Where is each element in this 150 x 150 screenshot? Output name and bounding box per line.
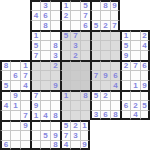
empty-cell-r9c2[interactable]	[20, 90, 30, 100]
given-digit-r10c12[interactable]: 6	[120, 100, 130, 110]
empty-cell-r7c8[interactable]	[80, 70, 90, 80]
empty-cell-r8c9[interactable]	[90, 80, 100, 90]
outside-area	[140, 10, 150, 20]
empty-cell-r11c6[interactable]	[60, 110, 70, 120]
empty-cell-r11c12[interactable]	[120, 110, 130, 120]
outside-area	[0, 50, 10, 60]
outside-area	[90, 120, 100, 130]
empty-cell-r3c10[interactable]	[100, 30, 110, 40]
empty-cell-r2c7[interactable]	[70, 20, 80, 30]
outside-area	[110, 130, 120, 140]
given-digit-r6c5[interactable]: 2	[50, 60, 60, 70]
empty-cell-r9c4[interactable]	[40, 90, 50, 100]
empty-cell-r8c12[interactable]	[120, 80, 130, 90]
empty-cell-r9c5[interactable]	[50, 90, 60, 100]
given-digit-r7c10[interactable]: 9	[100, 70, 110, 80]
empty-cell-r4c8[interactable]	[80, 40, 90, 50]
empty-cell-r9c12[interactable]	[120, 90, 130, 100]
given-digit-r9c3[interactable]: 7	[30, 90, 40, 100]
empty-cell-r1c10[interactable]	[100, 10, 110, 20]
given-digit-r9c9[interactable]: 5	[90, 90, 100, 100]
empty-cell-r4c6[interactable]	[60, 40, 70, 50]
empty-cell-r6c7[interactable]	[70, 60, 80, 70]
outside-area	[20, 30, 30, 40]
outside-area	[10, 50, 20, 60]
outside-area	[120, 10, 130, 20]
outside-area	[140, 130, 150, 140]
given-digit-r12c7[interactable]: 2	[70, 120, 80, 130]
empty-cell-r6c10[interactable]	[100, 60, 110, 70]
outside-area	[90, 140, 100, 150]
empty-cell-r10c2[interactable]	[20, 100, 30, 110]
empty-cell-r7c13[interactable]	[130, 70, 140, 80]
given-digit-r1c3[interactable]: 4	[30, 10, 40, 20]
given-digit-r2c9[interactable]: 5	[90, 20, 100, 30]
given-digit-r11c13[interactable]: 4	[130, 110, 140, 120]
empty-cell-r6c1[interactable]	[10, 60, 20, 70]
given-digit-r13c6[interactable]: 7	[60, 130, 70, 140]
empty-cell-r4c11[interactable]	[110, 40, 120, 50]
given-digit-r0c10[interactable]: 8	[100, 0, 110, 10]
outside-area	[120, 0, 130, 10]
given-digit-r4c7[interactable]: 3	[70, 40, 80, 50]
given-digit-r2c8[interactable]: 6	[80, 20, 90, 30]
empty-cell-r13c0[interactable]	[0, 130, 10, 140]
given-digit-r11c2[interactable]: 7	[20, 110, 30, 120]
given-digit-r4c5[interactable]: 8	[50, 40, 60, 50]
outside-area	[130, 120, 140, 130]
empty-cell-r13c8[interactable]	[80, 130, 90, 140]
outside-area	[100, 140, 110, 150]
given-digit-r8c5[interactable]: 9	[50, 80, 60, 90]
given-digit-r8c13[interactable]: 1	[130, 80, 140, 90]
empty-cell-r6c9[interactable]	[90, 60, 100, 70]
empty-cell-r7c6[interactable]	[60, 70, 70, 80]
empty-cell-r4c9[interactable]	[90, 40, 100, 50]
empty-cell-r13c2[interactable]	[20, 130, 30, 140]
empty-cell-r8c4[interactable]	[40, 80, 50, 90]
given-digit-r8c0[interactable]: 5	[0, 80, 10, 90]
outside-area	[0, 0, 10, 10]
given-digit-r2c11[interactable]: 7	[110, 20, 120, 30]
empty-cell-r7c5[interactable]	[50, 70, 60, 80]
empty-cell-r1c5[interactable]	[50, 10, 60, 20]
given-digit-r11c5[interactable]: 8	[50, 110, 60, 120]
empty-cell-r11c1[interactable]	[10, 110, 20, 120]
given-digit-r3c3[interactable]: 1	[30, 30, 40, 40]
empty-cell-r2c3[interactable]	[30, 20, 40, 30]
given-digit-r8c2[interactable]: 4	[20, 80, 30, 90]
outside-area	[10, 40, 20, 50]
empty-cell-r14c7[interactable]	[70, 140, 80, 150]
empty-cell-r13c1[interactable]	[10, 130, 20, 140]
outside-area	[20, 0, 30, 10]
outside-area	[0, 30, 10, 40]
outside-area	[130, 140, 140, 150]
empty-cell-r12c1[interactable]	[10, 120, 20, 130]
empty-cell-r11c0[interactable]	[0, 110, 10, 120]
empty-cell-r3c11[interactable]	[110, 30, 120, 40]
empty-cell-r5c4[interactable]	[40, 50, 50, 60]
outside-area	[130, 20, 140, 30]
empty-cell-r0c3[interactable]	[30, 0, 40, 10]
empty-cell-r5c8[interactable]	[80, 50, 90, 60]
empty-cell-r10c6[interactable]	[60, 100, 70, 110]
outside-area	[0, 10, 10, 20]
empty-cell-r14c4[interactable]	[40, 140, 50, 150]
given-digit-r13c5[interactable]: 9	[50, 130, 60, 140]
given-digit-r4c3[interactable]: 5	[30, 40, 40, 50]
empty-cell-r8c6[interactable]	[60, 80, 70, 90]
empty-cell-r9c13[interactable]	[130, 90, 140, 100]
empty-cell-r10c7[interactable]	[70, 100, 80, 110]
outside-area	[10, 10, 20, 20]
empty-cell-r3c4[interactable]	[40, 30, 50, 40]
empty-cell-r4c4[interactable]	[40, 40, 50, 50]
given-digit-r11c3[interactable]: 1	[30, 110, 40, 120]
outside-area	[120, 130, 130, 140]
outside-area	[10, 20, 20, 30]
given-digit-r9c10[interactable]: 2	[100, 90, 110, 100]
given-digit-r8c14[interactable]: 9	[140, 80, 150, 90]
outside-area	[90, 130, 100, 140]
empty-cell-r1c7[interactable]	[70, 10, 80, 20]
empty-cell-r11c8[interactable]	[80, 110, 90, 120]
empty-cell-r9c14[interactable]	[140, 90, 150, 100]
outside-area	[140, 20, 150, 30]
empty-cell-r1c11[interactable]	[110, 10, 120, 20]
empty-cell-r12c0[interactable]	[0, 120, 10, 130]
given-digit-r14c0[interactable]: 6	[0, 140, 10, 150]
empty-cell-r2c5[interactable]	[50, 20, 60, 30]
given-digit-r7c1[interactable]: 6	[10, 70, 20, 80]
given-digit-r3c12[interactable]: 1	[120, 30, 130, 40]
given-digit-r0c11[interactable]: 9	[110, 0, 120, 10]
empty-cell-r3c5[interactable]	[50, 30, 60, 40]
empty-cell-r4c13[interactable]	[130, 40, 140, 50]
empty-cell-r5c13[interactable]	[130, 50, 140, 60]
outside-area	[110, 140, 120, 150]
empty-cell-r2c6[interactable]	[60, 20, 70, 30]
empty-cell-r7c12[interactable]	[120, 70, 130, 80]
given-digit-r2c4[interactable]: 8	[40, 20, 50, 30]
given-digit-r1c4[interactable]: 6	[40, 10, 50, 20]
outside-area	[20, 50, 30, 60]
empty-cell-r10c10[interactable]	[100, 100, 110, 110]
given-digit-r14c8[interactable]: 9	[80, 140, 90, 150]
empty-cell-r12c3[interactable]	[30, 120, 40, 130]
outside-area	[130, 0, 140, 10]
empty-cell-r14c2[interactable]	[20, 140, 30, 150]
empty-cell-r5c14[interactable]	[140, 50, 150, 60]
given-digit-r10c13[interactable]: 2	[130, 100, 140, 110]
empty-cell-r6c6[interactable]	[60, 60, 70, 70]
empty-cell-r4c10[interactable]	[100, 40, 110, 50]
outside-area	[130, 130, 140, 140]
empty-cell-r9c7[interactable]	[70, 90, 80, 100]
given-digit-r4c12[interactable]: 5	[120, 40, 130, 50]
given-digit-r5c3[interactable]: 7	[30, 50, 40, 60]
empty-cell-r9c11[interactable]	[110, 90, 120, 100]
outside-area	[120, 20, 130, 30]
given-digit-r9c6[interactable]: 1	[60, 90, 70, 100]
empty-cell-r7c0[interactable]	[0, 70, 10, 80]
outside-area	[20, 20, 30, 30]
empty-cell-r10c4[interactable]	[40, 100, 50, 110]
given-digit-r7c9[interactable]: 7	[90, 70, 100, 80]
empty-cell-r3c8[interactable]	[80, 30, 90, 40]
outside-area	[130, 10, 140, 20]
empty-cell-r6c3[interactable]	[30, 60, 40, 70]
empty-cell-r3c9[interactable]	[90, 30, 100, 40]
empty-cell-r10c9[interactable]	[90, 100, 100, 110]
outside-area	[120, 120, 130, 130]
given-digit-r0c6[interactable]: 1	[60, 0, 70, 10]
empty-cell-r10c11[interactable]	[110, 100, 120, 110]
given-digit-r5c5[interactable]: 3	[50, 50, 60, 60]
given-digit-r11c4[interactable]: 4	[40, 110, 50, 120]
empty-cell-r0c5[interactable]	[50, 0, 60, 10]
empty-cell-r7c3[interactable]	[30, 70, 40, 80]
given-digit-r6c13[interactable]: 7	[130, 60, 140, 70]
given-digit-r1c8[interactable]: 7	[80, 10, 90, 20]
given-digit-r10c3[interactable]: 9	[30, 100, 40, 110]
given-digit-r12c8[interactable]: 1	[80, 120, 90, 130]
given-digit-r3c7[interactable]: 7	[70, 30, 80, 40]
given-digit-r8c11[interactable]: 4	[110, 80, 120, 90]
given-digit-r10c1[interactable]: 1	[10, 100, 20, 110]
given-digit-r13c4[interactable]: 5	[40, 130, 50, 140]
given-digit-r12c6[interactable]: 5	[60, 120, 70, 130]
given-digit-r6c12[interactable]: 2	[120, 60, 130, 70]
empty-cell-r3c13[interactable]	[130, 30, 140, 40]
given-digit-r10c14[interactable]: 5	[140, 100, 150, 110]
empty-cell-r8c3[interactable]	[30, 80, 40, 90]
given-digit-r5c12[interactable]: 9	[120, 50, 130, 60]
sudoku-board: 3158946278652715712583547329812276677965…	[0, 0, 150, 150]
outside-area	[10, 30, 20, 40]
empty-cell-r8c10[interactable]	[100, 80, 110, 90]
empty-cell-r11c7[interactable]	[70, 110, 80, 120]
empty-cell-r8c1[interactable]	[10, 80, 20, 90]
outside-area	[20, 10, 30, 20]
empty-cell-r9c0[interactable]	[0, 90, 10, 100]
given-digit-r7c2[interactable]: 7	[20, 70, 30, 80]
given-digit-r9c1[interactable]: 9	[10, 90, 20, 100]
outside-area	[100, 120, 110, 130]
given-digit-r6c0[interactable]: 8	[0, 60, 10, 70]
outside-area	[0, 40, 10, 50]
empty-cell-r5c11[interactable]	[110, 50, 120, 60]
given-digit-r14c5[interactable]: 8	[50, 140, 60, 150]
given-digit-r9c8[interactable]: 8	[80, 90, 90, 100]
empty-cell-r12c4[interactable]	[40, 120, 50, 130]
given-digit-r10c0[interactable]: 4	[0, 100, 10, 110]
empty-cell-r1c9[interactable]	[90, 10, 100, 20]
empty-cell-r12c5[interactable]	[50, 120, 60, 130]
outside-area	[10, 0, 20, 10]
outside-area	[110, 120, 120, 130]
empty-cell-r10c5[interactable]	[50, 100, 60, 110]
given-digit-r11c10[interactable]: 6	[100, 110, 110, 120]
outside-area	[100, 130, 110, 140]
outside-area	[20, 40, 30, 50]
given-digit-r12c2[interactable]: 9	[20, 120, 30, 130]
empty-cell-r7c4[interactable]	[40, 70, 50, 80]
outside-area	[140, 140, 150, 150]
empty-cell-r6c8[interactable]	[80, 60, 90, 70]
given-digit-r11c11[interactable]: 8	[110, 110, 120, 120]
given-digit-r6c2[interactable]: 1	[20, 60, 30, 70]
empty-cell-r10c8[interactable]	[80, 100, 90, 110]
empty-cell-r7c7[interactable]	[70, 70, 80, 80]
given-digit-r4c14[interactable]: 4	[140, 40, 150, 50]
given-digit-r3c6[interactable]: 5	[60, 30, 70, 40]
given-digit-r2c10[interactable]: 2	[100, 20, 110, 30]
empty-cell-r0c9[interactable]	[90, 0, 100, 10]
empty-cell-r6c4[interactable]	[40, 60, 50, 70]
given-digit-r7c11[interactable]: 6	[110, 70, 120, 80]
empty-cell-r6c11[interactable]	[110, 60, 120, 70]
outside-area	[140, 0, 150, 10]
given-digit-r0c4[interactable]: 3	[40, 0, 50, 10]
given-digit-r1c6[interactable]: 2	[60, 10, 70, 20]
given-digit-r11c9[interactable]: 3	[90, 110, 100, 120]
given-digit-r14c6[interactable]: 4	[60, 140, 70, 150]
outside-area	[0, 20, 10, 30]
given-digit-r13c7[interactable]: 3	[70, 130, 80, 140]
empty-cell-r14c3[interactable]	[30, 140, 40, 150]
outside-area	[120, 140, 130, 150]
empty-cell-r13c3[interactable]	[30, 130, 40, 140]
given-digit-r0c8[interactable]: 5	[80, 0, 90, 10]
empty-cell-r0c7[interactable]	[70, 0, 80, 10]
outside-area	[140, 120, 150, 130]
empty-cell-r5c9[interactable]	[90, 50, 100, 60]
empty-cell-r5c6[interactable]	[60, 50, 70, 60]
empty-cell-r5c10[interactable]	[100, 50, 110, 60]
empty-cell-r14c1[interactable]	[10, 140, 20, 150]
given-digit-r5c7[interactable]: 2	[70, 50, 80, 60]
empty-cell-r11c14[interactable]	[140, 110, 150, 120]
empty-cell-r8c8[interactable]	[80, 80, 90, 90]
given-digit-r6c14[interactable]: 6	[140, 60, 150, 70]
given-digit-r3c14[interactable]: 2	[140, 30, 150, 40]
empty-cell-r8c7[interactable]	[70, 80, 80, 90]
empty-cell-r7c14[interactable]	[140, 70, 150, 80]
